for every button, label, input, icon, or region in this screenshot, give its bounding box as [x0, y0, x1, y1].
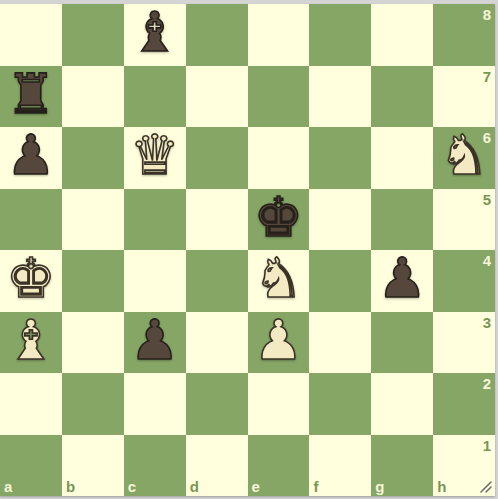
square-h5[interactable]: 5 [433, 189, 495, 251]
square-b1[interactable]: b [62, 435, 124, 497]
square-b3[interactable] [62, 312, 124, 374]
rank-label-7: 7 [483, 69, 491, 84]
piece-white-queen[interactable]: ♛ [130, 128, 179, 183]
square-a3[interactable]: ♝ [0, 312, 62, 374]
piece-black-pawn[interactable]: ♟ [130, 313, 179, 368]
square-h6[interactable]: ♞6 [433, 127, 495, 189]
file-label-h: h [437, 479, 446, 494]
piece-black-rook[interactable]: ♜ [6, 67, 55, 122]
square-g2[interactable] [371, 373, 433, 435]
square-f5[interactable] [309, 189, 371, 251]
square-e6[interactable] [248, 127, 310, 189]
square-h4[interactable]: 4 [433, 250, 495, 312]
piece-white-knight[interactable]: ♞ [439, 128, 488, 183]
square-a5[interactable] [0, 189, 62, 251]
square-d6[interactable] [186, 127, 248, 189]
square-d2[interactable] [186, 373, 248, 435]
editor-screen: ♝8♜7♟♛♞6♚5♚♞♟4♝♟♟32abcdefg1h [0, 0, 498, 499]
square-b8[interactable] [62, 4, 124, 66]
piece-black-king[interactable]: ♚ [254, 190, 303, 245]
square-d4[interactable] [186, 250, 248, 312]
square-e2[interactable] [248, 373, 310, 435]
square-f4[interactable] [309, 250, 371, 312]
square-c4[interactable] [124, 250, 186, 312]
rank-label-8: 8 [483, 7, 491, 22]
square-a7[interactable]: ♜ [0, 66, 62, 128]
piece-white-bishop[interactable]: ♝ [6, 313, 55, 368]
square-h2[interactable]: 2 [433, 373, 495, 435]
square-c5[interactable] [124, 189, 186, 251]
square-a4[interactable]: ♚ [0, 250, 62, 312]
square-f8[interactable] [309, 4, 371, 66]
file-label-d: d [190, 479, 199, 494]
chess-board[interactable]: ♝8♜7♟♛♞6♚5♚♞♟4♝♟♟32abcdefg1h [0, 4, 495, 496]
piece-white-king[interactable]: ♚ [6, 251, 55, 306]
square-c6[interactable]: ♛ [124, 127, 186, 189]
square-a6[interactable]: ♟ [0, 127, 62, 189]
square-b2[interactable] [62, 373, 124, 435]
square-g1[interactable]: g [371, 435, 433, 497]
square-g4[interactable]: ♟ [371, 250, 433, 312]
square-a8[interactable] [0, 4, 62, 66]
square-d3[interactable] [186, 312, 248, 374]
square-e3[interactable]: ♟ [248, 312, 310, 374]
square-h3[interactable]: 3 [433, 312, 495, 374]
square-b5[interactable] [62, 189, 124, 251]
file-label-f: f [313, 479, 318, 494]
file-label-a: a [4, 479, 12, 494]
square-e4[interactable]: ♞ [248, 250, 310, 312]
rank-label-2: 2 [483, 376, 491, 391]
square-a2[interactable] [0, 373, 62, 435]
square-f2[interactable] [309, 373, 371, 435]
square-e5[interactable]: ♚ [248, 189, 310, 251]
square-b6[interactable] [62, 127, 124, 189]
square-c1[interactable]: c [124, 435, 186, 497]
square-c2[interactable] [124, 373, 186, 435]
square-e7[interactable] [248, 66, 310, 128]
rank-label-4: 4 [483, 253, 491, 268]
piece-black-bishop[interactable]: ♝ [130, 5, 179, 60]
square-h1[interactable]: 1h [433, 435, 495, 497]
square-f1[interactable]: f [309, 435, 371, 497]
board-resize-handle-icon[interactable] [479, 480, 493, 494]
square-g5[interactable] [371, 189, 433, 251]
piece-white-pawn[interactable]: ♟ [254, 313, 303, 368]
square-c7[interactable] [124, 66, 186, 128]
square-c3[interactable]: ♟ [124, 312, 186, 374]
square-h7[interactable]: 7 [433, 66, 495, 128]
square-e1[interactable]: e [248, 435, 310, 497]
square-g7[interactable] [371, 66, 433, 128]
piece-white-knight[interactable]: ♞ [254, 251, 303, 306]
file-label-c: c [128, 479, 136, 494]
square-g6[interactable] [371, 127, 433, 189]
square-b4[interactable] [62, 250, 124, 312]
square-d1[interactable]: d [186, 435, 248, 497]
file-label-g: g [375, 479, 384, 494]
square-a1[interactable]: a [0, 435, 62, 497]
piece-black-pawn[interactable]: ♟ [6, 128, 55, 183]
square-c8[interactable]: ♝ [124, 4, 186, 66]
square-e8[interactable] [248, 4, 310, 66]
square-f3[interactable] [309, 312, 371, 374]
square-d5[interactable] [186, 189, 248, 251]
rank-label-3: 3 [483, 315, 491, 330]
piece-black-pawn[interactable]: ♟ [378, 251, 427, 306]
square-g8[interactable] [371, 4, 433, 66]
square-h8[interactable]: 8 [433, 4, 495, 66]
square-b7[interactable] [62, 66, 124, 128]
square-d7[interactable] [186, 66, 248, 128]
file-label-e: e [252, 479, 260, 494]
rank-label-5: 5 [483, 192, 491, 207]
file-label-b: b [66, 479, 75, 494]
rank-label-1: 1 [483, 438, 491, 453]
square-f7[interactable] [309, 66, 371, 128]
square-g3[interactable] [371, 312, 433, 374]
square-d8[interactable] [186, 4, 248, 66]
square-f6[interactable] [309, 127, 371, 189]
